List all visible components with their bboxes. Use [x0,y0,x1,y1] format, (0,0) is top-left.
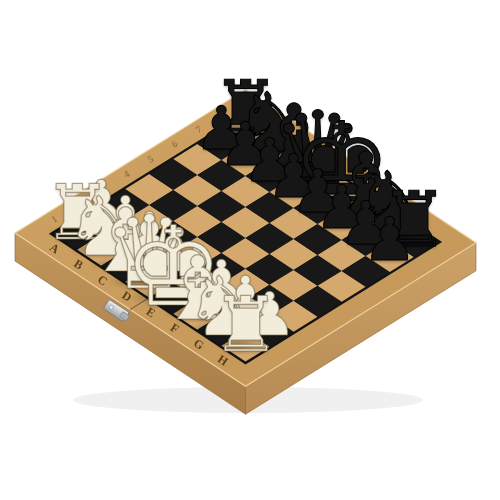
chess-board: ABCDEFGH12345678 [0,0,500,500]
product-photo-stage: ABCDEFGH12345678 ♜♞♝♛♚♝♞♜♟♟♟♟♟♟♟♟♟♟♟♟♟♟♟… [0,0,500,500]
